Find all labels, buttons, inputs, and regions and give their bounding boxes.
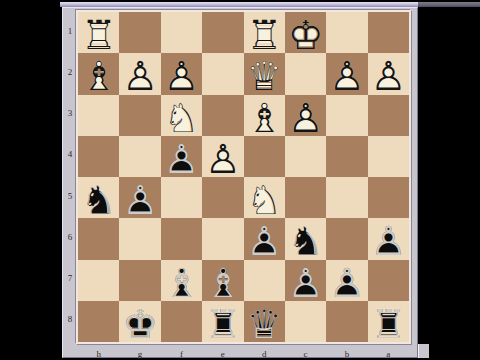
white-pawn-glyph-fill: ♟: [161, 53, 202, 94]
piece-white-pawn[interactable]: ♟♙: [202, 136, 243, 177]
black-bishop-glyph-fill: ♝: [202, 260, 243, 301]
board-square-g8[interactable]: ♚♔: [119, 301, 160, 342]
piece-white-pawn[interactable]: ♟♙: [119, 53, 160, 94]
board-square-d8[interactable]: ♛♕: [244, 301, 285, 342]
black-pawn-glyph-fill: ♟: [161, 136, 202, 177]
board-square-b2[interactable]: ♟♙: [326, 53, 367, 94]
board-square-h3[interactable]: [78, 95, 119, 136]
black-rook-glyph-outline: ♖: [202, 301, 243, 342]
board-square-a1[interactable]: [368, 12, 409, 53]
white-bishop-glyph-outline: ♗: [78, 53, 119, 94]
board-square-e4[interactable]: ♟♙: [202, 136, 243, 177]
white-king-glyph-fill: ♚: [285, 12, 326, 53]
black-knight-glyph-outline: ♘: [285, 218, 326, 259]
chess-board[interactable]: ♜♖♜♖♚♔♝♗♟♙♟♙♛♕♟♙♟♙♞♘♝♗♟♙♟♙♟♙♞♘♟♙♞♘♟♙♞♘♟♙…: [76, 10, 411, 344]
black-bishop-glyph-fill: ♝: [161, 260, 202, 301]
board-square-e8[interactable]: ♜♖: [202, 301, 243, 342]
board-square-a8[interactable]: ♜♖: [368, 301, 409, 342]
white-rook-glyph-outline: ♖: [78, 12, 119, 53]
rank-label-2: 2: [64, 51, 76, 92]
board-square-b5[interactable]: [326, 177, 367, 218]
board-square-a4[interactable]: [368, 136, 409, 177]
file-label-e: e: [202, 347, 243, 360]
rank-label-6: 6: [64, 216, 76, 257]
white-bishop-glyph-outline: ♗: [244, 95, 285, 136]
white-pawn-glyph-outline: ♙: [285, 95, 326, 136]
piece-black-pawn[interactable]: ♟♙: [326, 260, 367, 301]
file-label-b: b: [326, 347, 367, 360]
piece-black-knight[interactable]: ♞♘: [285, 218, 326, 259]
piece-black-pawn[interactable]: ♟♙: [244, 218, 285, 259]
black-pawn-glyph-fill: ♟: [244, 218, 285, 259]
board-square-g6[interactable]: [119, 218, 160, 259]
board-square-e3[interactable]: [202, 95, 243, 136]
screenshot-canvas: ♜♖♜♖♚♔♝♗♟♙♟♙♛♕♟♙♟♙♞♘♝♗♟♙♟♙♟♙♞♘♟♙♞♘♟♙♞♘♟♙…: [0, 0, 480, 360]
piece-black-knight[interactable]: ♞♘: [78, 177, 119, 218]
white-pawn-glyph-outline: ♙: [119, 53, 160, 94]
white-pawn-glyph-fill: ♟: [285, 95, 326, 136]
board-square-f5[interactable]: [161, 177, 202, 218]
board-square-h2[interactable]: ♝♗: [78, 53, 119, 94]
piece-black-king[interactable]: ♚♔: [119, 301, 160, 342]
black-rook-glyph-fill: ♜: [368, 301, 409, 342]
board-square-b6[interactable]: [326, 218, 367, 259]
piece-white-pawn[interactable]: ♟♙: [161, 53, 202, 94]
white-bishop-glyph-fill: ♝: [78, 53, 119, 94]
black-king-glyph-fill: ♚: [119, 301, 160, 342]
file-label-a: a: [368, 347, 409, 360]
piece-black-bishop[interactable]: ♝♗: [161, 260, 202, 301]
board-square-c3[interactable]: ♟♙: [285, 95, 326, 136]
board-square-g5[interactable]: ♟♙: [119, 177, 160, 218]
rank-label-1: 1: [64, 10, 76, 51]
black-bishop-glyph-outline: ♗: [202, 260, 243, 301]
window-bottom-edge-extension: [418, 344, 429, 358]
rank-label-8: 8: [64, 299, 76, 340]
board-square-c4[interactable]: [285, 136, 326, 177]
rank-label-7: 7: [64, 258, 76, 299]
white-knight-glyph-fill: ♞: [161, 95, 202, 136]
board-square-b3[interactable]: [326, 95, 367, 136]
white-queen-glyph-outline: ♕: [244, 53, 285, 94]
piece-white-rook[interactable]: ♜♖: [244, 12, 285, 53]
board-square-d2[interactable]: ♛♕: [244, 53, 285, 94]
board-square-d4[interactable]: [244, 136, 285, 177]
piece-white-rook[interactable]: ♜♖: [78, 12, 119, 53]
piece-black-bishop[interactable]: ♝♗: [202, 260, 243, 301]
board-square-e6[interactable]: [202, 218, 243, 259]
piece-black-pawn[interactable]: ♟♙: [161, 136, 202, 177]
board-square-f2[interactable]: ♟♙: [161, 53, 202, 94]
black-pawn-glyph-fill: ♟: [119, 177, 160, 218]
black-queen-glyph-outline: ♕: [244, 301, 285, 342]
black-pawn-glyph-outline: ♙: [244, 218, 285, 259]
piece-white-pawn[interactable]: ♟♙: [285, 95, 326, 136]
black-pawn-glyph-fill: ♟: [368, 218, 409, 259]
piece-black-queen[interactable]: ♛♕: [244, 301, 285, 342]
board-square-h5[interactable]: ♞♘: [78, 177, 119, 218]
board-square-g2[interactable]: ♟♙: [119, 53, 160, 94]
white-rook-glyph-outline: ♖: [244, 12, 285, 53]
board-square-d6[interactable]: ♟♙: [244, 218, 285, 259]
white-pawn-glyph-outline: ♙: [202, 136, 243, 177]
board-square-d3[interactable]: ♝♗: [244, 95, 285, 136]
black-pawn-glyph-outline: ♙: [119, 177, 160, 218]
piece-black-rook[interactable]: ♜♖: [368, 301, 409, 342]
board-square-h7[interactable]: [78, 260, 119, 301]
chessboard-window-frame: ♜♖♜♖♚♔♝♗♟♙♟♙♛♕♟♙♟♙♞♘♝♗♟♙♟♙♟♙♞♘♟♙♞♘♟♙♞♘♟♙…: [62, 7, 418, 358]
black-king-glyph-outline: ♔: [119, 301, 160, 342]
white-pawn-glyph-fill: ♟: [368, 53, 409, 94]
board-square-e1[interactable]: [202, 12, 243, 53]
board-square-c2[interactable]: [285, 53, 326, 94]
white-pawn-glyph-fill: ♟: [202, 136, 243, 177]
board-square-d7[interactable]: [244, 260, 285, 301]
board-square-g4[interactable]: [119, 136, 160, 177]
board-square-b1[interactable]: [326, 12, 367, 53]
board-square-b8[interactable]: [326, 301, 367, 342]
piece-white-pawn[interactable]: ♟♙: [326, 53, 367, 94]
board-square-a5[interactable]: [368, 177, 409, 218]
file-label-c: c: [285, 347, 326, 360]
black-knight-glyph-fill: ♞: [78, 177, 119, 218]
board-square-f1[interactable]: [161, 12, 202, 53]
file-label-g: g: [119, 347, 160, 360]
board-square-c5[interactable]: [285, 177, 326, 218]
board-square-c8[interactable]: [285, 301, 326, 342]
board-square-d5[interactable]: ♞♘: [244, 177, 285, 218]
white-knight-glyph-outline: ♘: [244, 177, 285, 218]
white-pawn-glyph-outline: ♙: [368, 53, 409, 94]
black-pawn-glyph-fill: ♟: [326, 260, 367, 301]
board-square-f3[interactable]: ♞♘: [161, 95, 202, 136]
board-square-h8[interactable]: [78, 301, 119, 342]
board-square-d1[interactable]: ♜♖: [244, 12, 285, 53]
board-square-f7[interactable]: ♝♗: [161, 260, 202, 301]
rank-label-4: 4: [64, 134, 76, 175]
board-square-e7[interactable]: ♝♗: [202, 260, 243, 301]
board-square-e5[interactable]: [202, 177, 243, 218]
white-pawn-glyph-outline: ♙: [326, 53, 367, 94]
white-queen-glyph-fill: ♛: [244, 53, 285, 94]
piece-white-knight[interactable]: ♞♘: [244, 177, 285, 218]
black-pawn-glyph-outline: ♙: [326, 260, 367, 301]
board-square-b4[interactable]: [326, 136, 367, 177]
board-square-e2[interactable]: [202, 53, 243, 94]
board-square-c6[interactable]: ♞♘: [285, 218, 326, 259]
board-square-h6[interactable]: [78, 218, 119, 259]
black-pawn-glyph-outline: ♙: [285, 260, 326, 301]
black-knight-glyph-fill: ♞: [285, 218, 326, 259]
board-square-f8[interactable]: [161, 301, 202, 342]
board-square-f4[interactable]: ♟♙: [161, 136, 202, 177]
piece-white-bishop[interactable]: ♝♗: [244, 95, 285, 136]
black-rook-glyph-fill: ♜: [202, 301, 243, 342]
piece-white-queen[interactable]: ♛♕: [244, 53, 285, 94]
file-label-d: d: [244, 347, 285, 360]
board-square-a6[interactable]: ♟♙: [368, 218, 409, 259]
black-pawn-glyph-fill: ♟: [285, 260, 326, 301]
board-square-a3[interactable]: [368, 95, 409, 136]
board-square-g3[interactable]: [119, 95, 160, 136]
board-square-c7[interactable]: ♟♙: [285, 260, 326, 301]
white-pawn-glyph-outline: ♙: [161, 53, 202, 94]
piece-black-pawn[interactable]: ♟♙: [285, 260, 326, 301]
board-square-g7[interactable]: [119, 260, 160, 301]
piece-white-knight[interactable]: ♞♘: [161, 95, 202, 136]
white-knight-glyph-fill: ♞: [244, 177, 285, 218]
black-bishop-glyph-outline: ♗: [161, 260, 202, 301]
white-rook-glyph-fill: ♜: [244, 12, 285, 53]
black-pawn-glyph-outline: ♙: [368, 218, 409, 259]
white-rook-glyph-fill: ♜: [78, 12, 119, 53]
piece-white-pawn[interactable]: ♟♙: [368, 53, 409, 94]
piece-black-rook[interactable]: ♜♖: [202, 301, 243, 342]
white-pawn-glyph-fill: ♟: [326, 53, 367, 94]
board-square-h1[interactable]: ♜♖: [78, 12, 119, 53]
piece-white-king[interactable]: ♚♔: [285, 12, 326, 53]
white-king-glyph-outline: ♔: [285, 12, 326, 53]
file-label-f: f: [161, 347, 202, 360]
board-square-b7[interactable]: ♟♙: [326, 260, 367, 301]
black-knight-glyph-outline: ♘: [78, 177, 119, 218]
board-square-c1[interactable]: ♚♔: [285, 12, 326, 53]
white-bishop-glyph-fill: ♝: [244, 95, 285, 136]
board-square-f6[interactable]: [161, 218, 202, 259]
black-pawn-glyph-outline: ♙: [161, 136, 202, 177]
board-square-g1[interactable]: [119, 12, 160, 53]
file-label-h: h: [78, 347, 119, 360]
window-top-edge-line-dim: [418, 2, 480, 7]
piece-black-pawn[interactable]: ♟♙: [119, 177, 160, 218]
white-pawn-glyph-fill: ♟: [119, 53, 160, 94]
black-rook-glyph-outline: ♖: [368, 301, 409, 342]
rank-label-3: 3: [64, 93, 76, 134]
piece-black-pawn[interactable]: ♟♙: [368, 218, 409, 259]
rank-label-5: 5: [64, 175, 76, 216]
piece-white-bishop[interactable]: ♝♗: [78, 53, 119, 94]
board-square-a7[interactable]: [368, 260, 409, 301]
board-square-a2[interactable]: ♟♙: [368, 53, 409, 94]
board-square-h4[interactable]: [78, 136, 119, 177]
white-knight-glyph-outline: ♘: [161, 95, 202, 136]
black-queen-glyph-fill: ♛: [244, 301, 285, 342]
